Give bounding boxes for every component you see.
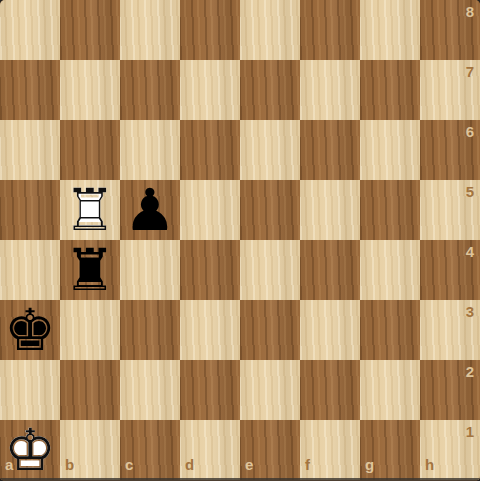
- square-b8[interactable]: [60, 0, 120, 60]
- file-label-b: b: [65, 457, 74, 472]
- square-g5[interactable]: [360, 180, 420, 240]
- square-d5[interactable]: [180, 180, 240, 240]
- square-c1[interactable]: c: [120, 420, 180, 480]
- rank-label-6: 6: [466, 124, 474, 139]
- square-e6[interactable]: [240, 120, 300, 180]
- rank-label-1: 1: [466, 424, 474, 439]
- rank-label-4: 4: [466, 244, 474, 259]
- square-f5[interactable]: [300, 180, 360, 240]
- file-label-d: d: [185, 457, 194, 472]
- square-c4[interactable]: [120, 240, 180, 300]
- square-e1[interactable]: e: [240, 420, 300, 480]
- square-c3[interactable]: [120, 300, 180, 360]
- square-e3[interactable]: [240, 300, 300, 360]
- piece-black-king[interactable]: ♚: [0, 300, 60, 360]
- square-h5[interactable]: 5: [420, 180, 480, 240]
- square-b4[interactable]: ♜: [60, 240, 120, 300]
- square-f2[interactable]: [300, 360, 360, 420]
- piece-white-king[interactable]: ♚♔: [0, 420, 60, 480]
- square-h2[interactable]: 2: [420, 360, 480, 420]
- white-king-fill-icon: ♚: [4, 420, 56, 480]
- file-label-g: g: [365, 457, 374, 472]
- square-g4[interactable]: [360, 240, 420, 300]
- square-a8[interactable]: [0, 0, 60, 60]
- white-king-icon: ♔: [4, 420, 56, 480]
- square-g3[interactable]: [360, 300, 420, 360]
- white-rook-icon: ♖: [64, 180, 116, 240]
- square-a7[interactable]: [0, 60, 60, 120]
- square-h8[interactable]: 8: [420, 0, 480, 60]
- square-f4[interactable]: [300, 240, 360, 300]
- square-h3[interactable]: 3: [420, 300, 480, 360]
- square-d2[interactable]: [180, 360, 240, 420]
- square-b1[interactable]: b: [60, 420, 120, 480]
- file-label-f: f: [305, 457, 310, 472]
- rank-label-3: 3: [466, 304, 474, 319]
- square-e8[interactable]: [240, 0, 300, 60]
- square-f7[interactable]: [300, 60, 360, 120]
- square-e5[interactable]: [240, 180, 300, 240]
- rank-label-8: 8: [466, 4, 474, 19]
- black-pawn-icon: ♟: [124, 180, 176, 240]
- chess-board: 876♜♖♟5♜4♚32a♚♔bcdefg1h: [0, 0, 480, 481]
- square-c2[interactable]: [120, 360, 180, 420]
- square-b6[interactable]: [60, 120, 120, 180]
- square-h7[interactable]: 7: [420, 60, 480, 120]
- square-b7[interactable]: [60, 60, 120, 120]
- square-b5[interactable]: ♜♖: [60, 180, 120, 240]
- square-c8[interactable]: [120, 0, 180, 60]
- square-c6[interactable]: [120, 120, 180, 180]
- square-c7[interactable]: [120, 60, 180, 120]
- square-c5[interactable]: ♟: [120, 180, 180, 240]
- square-f1[interactable]: f: [300, 420, 360, 480]
- square-a1[interactable]: a♚♔: [0, 420, 60, 480]
- square-a3[interactable]: ♚: [0, 300, 60, 360]
- square-g6[interactable]: [360, 120, 420, 180]
- white-rook-fill-icon: ♜: [64, 180, 116, 240]
- square-d7[interactable]: [180, 60, 240, 120]
- file-label-h: h: [425, 457, 434, 472]
- square-h6[interactable]: 6: [420, 120, 480, 180]
- square-g7[interactable]: [360, 60, 420, 120]
- square-d6[interactable]: [180, 120, 240, 180]
- square-f6[interactable]: [300, 120, 360, 180]
- rank-label-7: 7: [466, 64, 474, 79]
- square-a5[interactable]: [0, 180, 60, 240]
- square-e7[interactable]: [240, 60, 300, 120]
- piece-black-rook[interactable]: ♜: [60, 240, 120, 300]
- square-f8[interactable]: [300, 0, 360, 60]
- square-a2[interactable]: [0, 360, 60, 420]
- black-king-icon: ♚: [4, 300, 56, 360]
- square-g2[interactable]: [360, 360, 420, 420]
- black-rook-icon: ♜: [64, 240, 116, 300]
- piece-white-rook[interactable]: ♜♖: [60, 180, 120, 240]
- square-h1[interactable]: 1h: [420, 420, 480, 480]
- square-g1[interactable]: g: [360, 420, 420, 480]
- rank-label-5: 5: [466, 184, 474, 199]
- square-d3[interactable]: [180, 300, 240, 360]
- square-a6[interactable]: [0, 120, 60, 180]
- rank-label-2: 2: [466, 364, 474, 379]
- square-b3[interactable]: [60, 300, 120, 360]
- square-b2[interactable]: [60, 360, 120, 420]
- file-label-e: e: [245, 457, 253, 472]
- square-e4[interactable]: [240, 240, 300, 300]
- square-g8[interactable]: [360, 0, 420, 60]
- chess-board-grid: 876♜♖♟5♜4♚32a♚♔bcdefg1h: [0, 0, 480, 480]
- square-d8[interactable]: [180, 0, 240, 60]
- square-e2[interactable]: [240, 360, 300, 420]
- square-d1[interactable]: d: [180, 420, 240, 480]
- square-h4[interactable]: 4: [420, 240, 480, 300]
- square-a4[interactable]: [0, 240, 60, 300]
- piece-black-pawn[interactable]: ♟: [120, 180, 180, 240]
- file-label-c: c: [125, 457, 133, 472]
- square-f3[interactable]: [300, 300, 360, 360]
- square-d4[interactable]: [180, 240, 240, 300]
